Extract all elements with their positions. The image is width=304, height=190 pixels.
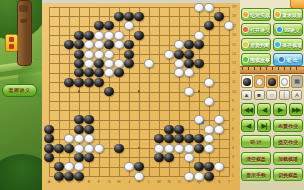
white-stone [104,59,113,68]
go-last-button[interactable]: ▶▶ [289,103,303,116]
black-stone [164,125,173,134]
coordinate-letter: Q [196,179,202,184]
black-stone [104,21,113,30]
lecture-99-button-label: 99讲义 [284,27,300,33]
white-stone [74,134,83,143]
judge-position-button-icon [242,41,249,48]
black-stone [74,59,83,68]
black-stone [84,68,93,77]
black-stone [184,59,193,68]
discuss-button[interactable]: 研 讨 [241,135,271,148]
black-stone [74,115,83,124]
white-stone [114,31,123,40]
coordinate-letter: R [206,179,212,184]
annot-line-tool[interactable]: │ [279,90,290,100]
black-stone [184,50,193,59]
coordinate-number: 9 [232,99,240,103]
white-stone [74,162,83,171]
wooden-ruler [240,66,304,74]
judge-position-button[interactable]: 形势判断 [241,38,271,51]
coordinate-number: 18 [232,14,240,18]
black-stone [134,31,143,40]
coordinate-letter: T [226,179,232,184]
black-stone [124,59,133,68]
black-stone [64,40,73,49]
coordinate-letter: J [126,179,132,184]
coordinate-number: 14 [232,52,240,56]
teacher-lecture-button[interactable]: 老师讲义 [2,84,37,97]
totem-sign [5,34,18,52]
white-stone [94,40,103,49]
white-stone [144,59,153,68]
coordinate-number: 4 [232,146,240,150]
foliage [0,154,42,190]
coordinate-letter: L [146,179,152,184]
black-stone [174,125,183,134]
black-stone [54,144,63,153]
coordinate-number: 15 [232,43,240,47]
go-story-button-icon [242,56,249,63]
coordinate-number: 7 [232,118,240,122]
white-stone [214,162,223,171]
totem-pole [17,0,32,66]
white-stone [84,144,93,153]
judge-position-button-label: 形势判断 [250,42,270,48]
coordinate-letter: O [176,179,182,184]
annot-letter-tool[interactable]: A [291,90,302,100]
white-stone [84,40,93,49]
black-stone [164,134,173,143]
white-stone [174,59,183,68]
submit-homework-button[interactable]: 提交作业 [273,135,303,148]
white-stone [104,68,113,77]
tool-white-stone[interactable] [279,75,291,88]
annot-square-tool[interactable]: ■ [254,90,265,100]
go-story-button-label: 围棋故事 [250,57,270,63]
black-stone [134,162,143,171]
coordinate-number: 13 [232,61,240,65]
white-stone [194,115,203,124]
black-stone [64,78,73,87]
white-stone-icon [256,78,264,86]
request-praise-button-icon [274,11,281,18]
white-stone [124,162,133,171]
black-stone [94,68,103,77]
black-stone [104,40,113,49]
lecture-99-button-icon [276,26,283,33]
white-stone [194,3,203,12]
coordinate-letter: K [136,179,142,184]
black-stone [114,68,123,77]
tool-eraser[interactable]: ▦ [291,75,303,88]
white-stone [214,125,223,134]
pair-match-button-label: 结对实战 [250,12,270,18]
coordinate-letter: C [66,179,72,184]
black-stone [184,40,193,49]
white-stone [174,40,183,49]
switch-board-button[interactable]: 切换棋盘 [273,168,303,181]
white-stone [164,50,173,59]
white-stone [184,153,193,162]
white-stone [204,134,213,143]
coordinate-number: 3 [232,155,240,159]
white-stone [164,144,173,153]
black-stone [134,12,143,21]
black-stone [74,40,83,49]
jungle-sidebar: 老师讲义 [0,0,42,190]
white-stone [104,50,113,59]
black-stone [74,78,83,87]
coordinate-letter: P [186,179,192,184]
eraser-icon: ▦ [292,76,302,87]
white-stone [84,50,93,59]
coordinate-number: 1 [232,174,240,178]
white-stone [184,68,193,77]
go-first-button[interactable]: ◀◀ [241,103,255,116]
back-button[interactable]: ◀ [241,119,255,132]
white-stone [204,97,213,106]
white-stone [184,144,193,153]
exit-button-label: 退 出 [286,57,297,63]
black-stone [84,31,93,40]
white-stone [174,144,183,153]
white-stone [114,40,123,49]
lecture-99-button[interactable]: 99讲义 [273,23,303,36]
tool-white-stone-alt[interactable] [254,75,266,88]
black-stone [184,134,193,143]
black-stone [154,134,163,143]
black-stone [114,144,123,153]
coordinate-number: 5 [232,137,240,141]
control-panel: 结对实战请求鼓励打开讲义99讲义形势判断保存棋谱围棋故事退 出 ▦ ▲■○│A … [240,0,304,190]
clear-board-button[interactable]: 清空棋盘 [241,152,271,165]
black-stone [54,162,63,171]
white-stone [174,68,183,77]
coordinate-number: 17 [232,24,240,28]
request-praise-button[interactable]: 请求鼓励 [273,8,303,21]
tool-black-stone-alt[interactable] [266,75,278,88]
black-stone [74,153,83,162]
black-stone [74,125,83,134]
coordinate-number: 12 [232,71,240,75]
coordinate-letter: B [56,179,62,184]
white-stone [64,134,73,143]
black-stone [124,40,133,49]
coordinate-number: 6 [232,127,240,131]
black-stone [44,134,53,143]
black-stone [194,162,203,171]
black-stone-icon [268,78,276,86]
white-stone [204,144,213,153]
coordinate-letter: S [216,179,222,184]
white-stone [204,125,213,134]
pair-match-button[interactable]: 结对实战 [241,8,271,21]
white-stone [184,87,193,96]
black-stone [94,59,103,68]
coordinate-letter: H [116,179,122,184]
white-stone [114,59,123,68]
black-stone [194,134,203,143]
black-stone [194,59,203,68]
coordinate-number: 11 [232,80,240,84]
white-stone [214,115,223,124]
black-stone [44,153,53,162]
white-stone [94,50,103,59]
go-board[interactable]: ABCDEFGHJKLMNOPQRST191817161514131211109… [42,0,240,190]
coordinate-letter: E [86,179,92,184]
black-stone [44,125,53,134]
black-stone [64,144,73,153]
black-stone [114,12,123,21]
go-story-button[interactable]: 围棋故事 [241,53,271,66]
coordinate-letter: F [96,179,102,184]
request-praise-button-label: 请求鼓励 [282,12,302,18]
coordinate-number: 10 [232,90,240,94]
step-forward-button[interactable]: ▶ [273,103,287,116]
black-stone [194,144,203,153]
black-stone [84,78,93,87]
open-lecture-button[interactable]: 打开讲义 [241,23,271,36]
white-stone-icon [281,78,289,86]
coordinate-number: 2 [232,165,240,169]
exit-button-icon [278,56,285,63]
black-stone [204,162,213,171]
black-stone [84,125,93,134]
coordinate-number: 19 [232,5,240,9]
coordinate-letter: G [106,179,112,184]
white-stone [84,59,93,68]
coordinate-letter: M [156,179,162,184]
black-stone [124,50,133,59]
coordinate-number: 16 [232,33,240,37]
black-stone [84,115,93,124]
white-stone [74,144,83,153]
tool-black-stone[interactable] [241,75,253,88]
white-stone [94,31,103,40]
black-stone [74,68,83,77]
step-back-button[interactable]: ◀ [257,103,271,116]
coordinate-letter: D [76,179,82,184]
open-lecture-button-icon [242,26,249,33]
black-stone [124,12,133,21]
white-stone [64,162,73,171]
white-stone [84,134,93,143]
save-kifu-button-icon [274,41,281,48]
last-move-marker [200,120,204,124]
black-stone [74,50,83,59]
black-stone [74,31,83,40]
white-stone [104,31,113,40]
black-stone [214,12,223,21]
white-stone [94,144,103,153]
white-stone [204,3,213,12]
black-stone [174,50,183,59]
white-stone [204,78,213,87]
coordinate-letter: N [166,179,172,184]
black-stone [94,21,103,30]
white-stone [154,144,163,153]
black-stone-icon [243,78,251,86]
save-kifu-button-label: 保存棋谱 [282,42,302,48]
forward-end-button[interactable]: ▶| [257,119,271,132]
show-move-numbers-button[interactable]: 显示手数 [241,168,271,181]
save-kifu-button[interactable]: 保存棋谱 [273,38,303,51]
black-stone [194,40,203,49]
white-stone [124,21,133,30]
white-stone [194,31,203,40]
black-stone [104,87,113,96]
black-stone [204,21,213,30]
load-kifu-button[interactable]: 加载棋谱 [273,152,303,165]
assign-homework-button[interactable]: 布置作业 [273,119,303,132]
black-stone [44,144,53,153]
coordinate-number: 8 [232,108,240,112]
black-stone [94,78,103,87]
coordinate-letter: A [46,179,52,184]
black-stone [154,153,163,162]
annot-triangle-tool[interactable]: ▲ [241,90,252,100]
black-stone [174,134,183,143]
exit-button[interactable]: 退 出 [273,53,303,66]
open-lecture-button-label: 打开讲义 [250,27,270,33]
black-stone [84,153,93,162]
black-stone [164,153,173,162]
annot-circle-tool[interactable]: ○ [266,90,277,100]
pair-match-button-icon [242,11,249,18]
